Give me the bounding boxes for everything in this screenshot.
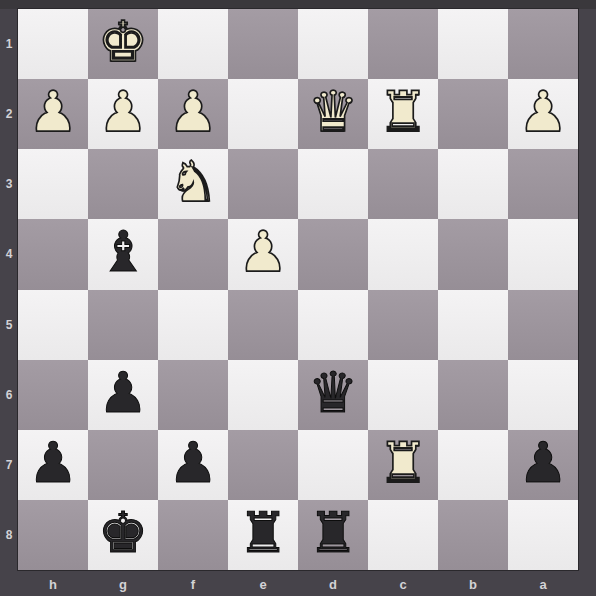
square-f3[interactable]: ♞ xyxy=(158,149,228,219)
piece-white-king[interactable]: ♚ xyxy=(98,14,148,70)
square-d4[interactable] xyxy=(298,219,368,289)
square-g1[interactable]: ♚ xyxy=(88,9,158,79)
square-c3[interactable] xyxy=(368,149,438,219)
square-g4[interactable]: ♝ xyxy=(88,219,158,289)
square-f8[interactable] xyxy=(158,500,228,570)
rank-label-8: 8 xyxy=(0,500,18,570)
rank-label-3: 3 xyxy=(0,149,18,219)
square-b2[interactable] xyxy=(438,79,508,149)
square-c6[interactable] xyxy=(368,360,438,430)
square-f5[interactable] xyxy=(158,290,228,360)
rank-label-4: 4 xyxy=(0,219,18,289)
square-f6[interactable] xyxy=(158,360,228,430)
file-labels: hgfedcba xyxy=(18,570,578,596)
square-f1[interactable] xyxy=(158,9,228,79)
square-e6[interactable] xyxy=(228,360,298,430)
rank-label-2: 2 xyxy=(0,79,18,149)
file-label-b: b xyxy=(438,570,508,596)
rank-label-7: 7 xyxy=(0,430,18,500)
square-c5[interactable] xyxy=(368,290,438,360)
square-b4[interactable] xyxy=(438,219,508,289)
rank-labels: 12345678 xyxy=(0,9,18,570)
square-f2[interactable]: ♟ xyxy=(158,79,228,149)
rank-label-6: 6 xyxy=(0,360,18,430)
piece-black-rook[interactable]: ♜ xyxy=(238,505,288,561)
square-a7[interactable]: ♟ xyxy=(508,430,578,500)
square-h3[interactable] xyxy=(18,149,88,219)
square-h2[interactable]: ♟ xyxy=(18,79,88,149)
piece-white-pawn[interactable]: ♟ xyxy=(238,224,288,280)
piece-white-pawn[interactable]: ♟ xyxy=(28,84,78,140)
square-h8[interactable] xyxy=(18,500,88,570)
square-b1[interactable] xyxy=(438,9,508,79)
piece-black-bishop[interactable]: ♝ xyxy=(98,224,148,280)
square-e3[interactable] xyxy=(228,149,298,219)
square-a2[interactable]: ♟ xyxy=(508,79,578,149)
square-a1[interactable] xyxy=(508,9,578,79)
file-label-d: d xyxy=(298,570,368,596)
rank-label-1: 1 xyxy=(0,9,18,79)
square-e1[interactable] xyxy=(228,9,298,79)
file-label-f: f xyxy=(158,570,228,596)
square-e4[interactable]: ♟ xyxy=(228,219,298,289)
square-a3[interactable] xyxy=(508,149,578,219)
piece-black-pawn[interactable]: ♟ xyxy=(28,435,78,491)
piece-black-pawn[interactable]: ♟ xyxy=(98,365,148,421)
square-g6[interactable]: ♟ xyxy=(88,360,158,430)
file-label-h: h xyxy=(18,570,88,596)
rank-label-5: 5 xyxy=(0,290,18,360)
square-d1[interactable] xyxy=(298,9,368,79)
square-c8[interactable] xyxy=(368,500,438,570)
square-f4[interactable] xyxy=(158,219,228,289)
piece-white-pawn[interactable]: ♟ xyxy=(518,84,568,140)
square-h6[interactable] xyxy=(18,360,88,430)
square-f7[interactable]: ♟ xyxy=(158,430,228,500)
square-b6[interactable] xyxy=(438,360,508,430)
file-label-a: a xyxy=(508,570,578,596)
file-label-e: e xyxy=(228,570,298,596)
square-c7[interactable]: ♜ xyxy=(368,430,438,500)
piece-white-knight[interactable]: ♞ xyxy=(168,154,218,210)
square-h7[interactable]: ♟ xyxy=(18,430,88,500)
square-d6[interactable]: ♛ xyxy=(298,360,368,430)
square-e7[interactable] xyxy=(228,430,298,500)
square-g7[interactable] xyxy=(88,430,158,500)
piece-white-rook[interactable]: ♜ xyxy=(378,435,428,491)
square-g8[interactable]: ♚ xyxy=(88,500,158,570)
square-b7[interactable] xyxy=(438,430,508,500)
square-h4[interactable] xyxy=(18,219,88,289)
square-d3[interactable] xyxy=(298,149,368,219)
square-b5[interactable] xyxy=(438,290,508,360)
square-d8[interactable]: ♜ xyxy=(298,500,368,570)
piece-white-pawn[interactable]: ♟ xyxy=(168,84,218,140)
square-a4[interactable] xyxy=(508,219,578,289)
piece-black-pawn[interactable]: ♟ xyxy=(168,435,218,491)
chess-board-frame: 12345678 ♚♟♟♟♛♜♟♞♝♟♟♛♟♟♜♟♚♜♜ hgfedcba xyxy=(0,0,596,596)
square-e2[interactable] xyxy=(228,79,298,149)
piece-black-pawn[interactable]: ♟ xyxy=(518,435,568,491)
chess-board: ♚♟♟♟♛♜♟♞♝♟♟♛♟♟♜♟♚♜♜ xyxy=(18,9,578,570)
square-c4[interactable] xyxy=(368,219,438,289)
piece-black-rook[interactable]: ♜ xyxy=(308,505,358,561)
square-a5[interactable] xyxy=(508,290,578,360)
square-h5[interactable] xyxy=(18,290,88,360)
piece-black-queen[interactable]: ♛ xyxy=(308,365,358,421)
square-g2[interactable]: ♟ xyxy=(88,79,158,149)
square-g3[interactable] xyxy=(88,149,158,219)
square-b3[interactable] xyxy=(438,149,508,219)
square-a6[interactable] xyxy=(508,360,578,430)
square-d5[interactable] xyxy=(298,290,368,360)
square-b8[interactable] xyxy=(438,500,508,570)
square-e5[interactable] xyxy=(228,290,298,360)
file-label-g: g xyxy=(88,570,158,596)
piece-black-king[interactable]: ♚ xyxy=(98,505,148,561)
square-a8[interactable] xyxy=(508,500,578,570)
piece-white-queen[interactable]: ♛ xyxy=(308,84,358,140)
square-d2[interactable]: ♛ xyxy=(298,79,368,149)
square-h1[interactable] xyxy=(18,9,88,79)
square-c1[interactable] xyxy=(368,9,438,79)
square-g5[interactable] xyxy=(88,290,158,360)
piece-white-rook[interactable]: ♜ xyxy=(378,84,428,140)
piece-white-pawn[interactable]: ♟ xyxy=(98,84,148,140)
square-c2[interactable]: ♜ xyxy=(368,79,438,149)
square-e8[interactable]: ♜ xyxy=(228,500,298,570)
file-label-c: c xyxy=(368,570,438,596)
square-d7[interactable] xyxy=(298,430,368,500)
